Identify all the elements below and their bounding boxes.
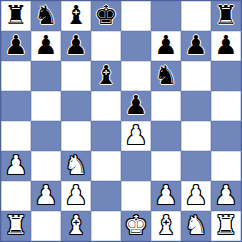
square-e8[interactable] [121, 1, 151, 31]
square-b3[interactable] [31, 151, 61, 181]
square-h5[interactable] [211, 91, 241, 121]
square-a5[interactable] [1, 91, 31, 121]
square-a7[interactable]: ♟ [1, 31, 31, 61]
square-c1[interactable]: ♝ [61, 211, 91, 241]
square-b4[interactable] [31, 121, 61, 151]
black-pawn[interactable]: ♟ [184, 32, 207, 58]
square-b1[interactable] [31, 211, 61, 241]
square-d3[interactable] [91, 151, 121, 181]
square-f1[interactable]: ♝ [151, 211, 181, 241]
square-b8[interactable]: ♞ [31, 1, 61, 31]
square-c2[interactable]: ♟ [61, 181, 91, 211]
square-e1[interactable]: ♚ [121, 211, 151, 241]
square-a1[interactable]: ♜ [1, 211, 31, 241]
square-c8[interactable]: ♝ [61, 1, 91, 31]
black-pawn[interactable]: ♟ [124, 92, 147, 118]
square-f3[interactable] [151, 151, 181, 181]
square-c3[interactable]: ♞ [61, 151, 91, 181]
square-e4[interactable]: ♟ [121, 121, 151, 151]
square-h7[interactable]: ♟ [211, 31, 241, 61]
black-knight[interactable]: ♞ [154, 62, 177, 88]
square-b2[interactable]: ♟ [31, 181, 61, 211]
square-c4[interactable] [61, 121, 91, 151]
chess-board: ♜♞♝♚♜♟♟♟♟♟♟♝♞♟♟♟♞♟♟♟♟♟♜♝♚♝♞♜ [0, 0, 242, 242]
white-pawn[interactable]: ♟ [154, 182, 177, 208]
square-f8[interactable] [151, 1, 181, 31]
square-g2[interactable]: ♟ [181, 181, 211, 211]
square-d8[interactable]: ♚ [91, 1, 121, 31]
black-pawn[interactable]: ♟ [214, 32, 237, 58]
square-h3[interactable] [211, 151, 241, 181]
square-e7[interactable] [121, 31, 151, 61]
white-rook[interactable]: ♜ [4, 212, 27, 238]
black-pawn[interactable]: ♟ [34, 32, 57, 58]
white-knight[interactable]: ♞ [64, 152, 87, 178]
black-bishop[interactable]: ♝ [64, 2, 87, 28]
square-d7[interactable] [91, 31, 121, 61]
white-bishop[interactable]: ♝ [64, 212, 87, 238]
square-d4[interactable] [91, 121, 121, 151]
square-d6[interactable]: ♝ [91, 61, 121, 91]
square-h8[interactable]: ♜ [211, 1, 241, 31]
square-c6[interactable] [61, 61, 91, 91]
square-e5[interactable]: ♟ [121, 91, 151, 121]
white-pawn[interactable]: ♟ [64, 182, 87, 208]
white-pawn[interactable]: ♟ [184, 182, 207, 208]
black-rook[interactable]: ♜ [4, 2, 27, 28]
square-e2[interactable] [121, 181, 151, 211]
white-knight[interactable]: ♞ [184, 212, 207, 238]
square-g8[interactable] [181, 1, 211, 31]
square-b5[interactable] [31, 91, 61, 121]
square-f5[interactable] [151, 91, 181, 121]
square-e6[interactable] [121, 61, 151, 91]
square-h6[interactable] [211, 61, 241, 91]
square-f7[interactable]: ♟ [151, 31, 181, 61]
square-b6[interactable] [31, 61, 61, 91]
black-king[interactable]: ♚ [94, 2, 117, 28]
square-d2[interactable] [91, 181, 121, 211]
square-g1[interactable]: ♞ [181, 211, 211, 241]
square-h2[interactable]: ♟ [211, 181, 241, 211]
black-pawn[interactable]: ♟ [64, 32, 87, 58]
square-f6[interactable]: ♞ [151, 61, 181, 91]
square-c5[interactable] [61, 91, 91, 121]
square-a8[interactable]: ♜ [1, 1, 31, 31]
black-rook[interactable]: ♜ [214, 2, 237, 28]
square-d5[interactable] [91, 91, 121, 121]
white-pawn[interactable]: ♟ [124, 122, 147, 148]
black-knight[interactable]: ♞ [34, 2, 57, 28]
square-a3[interactable]: ♟ [1, 151, 31, 181]
square-a4[interactable] [1, 121, 31, 151]
white-pawn[interactable]: ♟ [34, 182, 57, 208]
black-pawn[interactable]: ♟ [154, 32, 177, 58]
square-c7[interactable]: ♟ [61, 31, 91, 61]
square-a6[interactable] [1, 61, 31, 91]
square-g6[interactable] [181, 61, 211, 91]
square-h1[interactable]: ♜ [211, 211, 241, 241]
square-g7[interactable]: ♟ [181, 31, 211, 61]
square-e3[interactable] [121, 151, 151, 181]
white-king[interactable]: ♚ [124, 212, 147, 238]
square-d1[interactable] [91, 211, 121, 241]
square-g5[interactable] [181, 91, 211, 121]
square-g4[interactable] [181, 121, 211, 151]
white-pawn[interactable]: ♟ [4, 152, 27, 178]
white-pawn[interactable]: ♟ [214, 182, 237, 208]
square-f4[interactable] [151, 121, 181, 151]
square-h4[interactable] [211, 121, 241, 151]
black-bishop[interactable]: ♝ [94, 62, 117, 88]
black-pawn[interactable]: ♟ [4, 32, 27, 58]
square-b7[interactable]: ♟ [31, 31, 61, 61]
square-g3[interactable] [181, 151, 211, 181]
white-bishop[interactable]: ♝ [154, 212, 177, 238]
square-f2[interactable]: ♟ [151, 181, 181, 211]
white-rook[interactable]: ♜ [214, 212, 237, 238]
square-a2[interactable] [1, 181, 31, 211]
